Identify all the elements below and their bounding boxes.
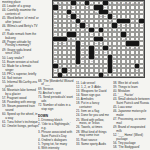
cell-number: 34 (132, 20, 134, 22)
clue: 52. '___ Home' (Word) package (113, 133, 150, 141)
cell-number: 49 (127, 33, 129, 35)
cell-number: 71 (54, 56, 56, 58)
cell-number: 24 (54, 15, 56, 17)
cell-number: 30 (54, 20, 56, 22)
cell-number: 17 (72, 6, 74, 8)
cell-number: 19 (104, 6, 106, 8)
cell-number: 28 (104, 15, 106, 17)
cell-number: 85 (136, 69, 138, 71)
cell-number: 21 (72, 11, 74, 13)
clue: 49. Brand of evaporated milk (113, 125, 150, 133)
cell-number: 62 (95, 47, 97, 49)
clue: 49. Grape soda brand since 1940 (2, 48, 39, 56)
across-clues-column: meeting place43. Leader of a group44. Ca… (2, 0, 39, 150)
crossword-grid: 1234567891011121314151617181920212223242… (52, 0, 145, 78)
clue: 58. Pounding with energy (2, 100, 39, 104)
grid-cell (139, 73, 144, 77)
cell-number: 81 (113, 65, 115, 67)
cell-number: 40 (127, 24, 129, 26)
down-clues-a: 1. Driveway blotch2. 'Ode to a Nightinga… (38, 118, 75, 150)
cell-number: 47 (77, 33, 79, 35)
cell-number: 39 (123, 24, 125, 26)
cell-number: 35 (54, 24, 56, 26)
clue: 48. Proper attitude for Presley's memory… (2, 40, 39, 48)
cell-number: 86 (63, 74, 65, 76)
clue: 59. Steam-powered train sound (2, 105, 39, 113)
clue: 47. Processing, as some mail (113, 118, 150, 126)
cell-number: 12 (127, 2, 129, 4)
cell-number: 48 (91, 33, 93, 35)
clue: 68. 'The Wonderful Wizard of ___' (38, 79, 75, 87)
cell-number: 59 (100, 42, 102, 44)
cell-number: 75 (54, 60, 56, 62)
cell-number: 64 (127, 47, 129, 49)
cell-number: 25 (68, 15, 70, 17)
cell-number: 82 (54, 69, 56, 71)
cell-number: 14 (136, 2, 138, 4)
cell-number: 1 (54, 2, 55, 4)
clue: 72. Number of sides in a stop sign (38, 103, 75, 111)
cell-number: 52 (104, 38, 106, 40)
clue: 3. Phrase associated with Saint Patrick'… (38, 130, 75, 138)
puzzle-page: meeting place43. Leader of a group44. Ca… (0, 0, 150, 150)
clue: 62. Omelet fixings, perhaps (2, 125, 39, 129)
cell-number: 78 (113, 60, 115, 62)
cell-number: 20 (54, 11, 56, 13)
cell-number: 70 (104, 51, 106, 53)
clues-column-3: 11. Lab vessel12. 1, 2, or 3: Abbr.13. W… (76, 81, 111, 150)
clue: 25. Word with yellow, moss, or Texas (76, 118, 110, 126)
cell-number: 43 (82, 29, 84, 31)
clue: 6. With intensity (38, 146, 75, 150)
cell-number: 5 (77, 2, 78, 4)
cell-number: 79 (59, 65, 61, 67)
cell-number: 60 (54, 47, 56, 49)
cell-number: 74 (113, 56, 115, 58)
cell-number: 3 (63, 2, 64, 4)
cell-number: 72 (82, 56, 84, 58)
cell-number: 22 (95, 11, 97, 13)
cell-number: 6 (82, 2, 83, 4)
cell-number: 9 (113, 2, 114, 4)
cell-number: 56 (63, 42, 65, 44)
cell-number: 58 (95, 42, 97, 44)
cell-number: 61 (82, 47, 84, 49)
clue: 55. Informal McCarthy-era jacket (2, 80, 39, 88)
clue: 69. Serious (38, 86, 75, 90)
down-heading: DOWN (38, 113, 75, 117)
clue: 56. Mountain lake formed by a glacier (2, 88, 39, 96)
cell-number: 51 (72, 38, 74, 40)
cell-number: 76 (82, 60, 84, 62)
cell-number: 83 (68, 69, 70, 71)
clue: 46. Wilma's and Betty's TV era (2, 24, 39, 32)
clue: 1. Driveway blotch (38, 118, 75, 122)
cell-number: 50 (68, 38, 70, 40)
cell-number: 67 (54, 51, 56, 53)
cell-number: 42 (54, 29, 56, 31)
cell-number: 65 (132, 47, 134, 49)
cell-number: 10 (118, 2, 120, 4)
across-tail-clues: 68. 'The Wonderful Wizard of ___'69. Ser… (38, 79, 75, 111)
clue: 61. Tuna fisher's technique (2, 120, 39, 124)
cell-number: 18 (86, 6, 88, 8)
cell-number: 15 (141, 2, 143, 4)
clue: 4. Ondine's dialogues (38, 138, 75, 142)
clue: 60. Speed up the wheel, in a way (2, 112, 39, 120)
clues-column-2: 68. 'The Wonderful Wizard of ___'69. Ser… (38, 79, 75, 150)
clue: 52. Made for a female singer (2, 64, 39, 72)
cell-number: 84 (113, 69, 115, 71)
cell-number: 46 (54, 33, 56, 35)
cell-number: 16 (59, 6, 61, 8)
cell-number: 41 (141, 24, 143, 26)
cell-number: 69 (95, 51, 97, 53)
cell-number: 13 (132, 2, 134, 4)
clue: 70. Anchor's spot (38, 91, 75, 95)
cell-number: 7 (91, 2, 92, 4)
cell-number: 29 (113, 15, 115, 17)
clue: 71. Send periodicals' want ads (38, 95, 75, 103)
cell-number: 4 (68, 2, 69, 4)
cell-number: 87 (104, 74, 106, 76)
clue: 43. Small obstacle between Saint Patrick… (113, 98, 150, 106)
clue: 33. Some sporty Audis (76, 142, 110, 146)
cell-number: 26 (77, 15, 79, 17)
cell-number: 55 (59, 42, 61, 44)
cell-number: 32 (82, 20, 84, 22)
cell-number: 66 (136, 47, 138, 49)
cell-number: 77 (91, 60, 93, 62)
clue: 5. Trying tot, for many (38, 142, 75, 146)
cell-number: 11 (123, 2, 125, 4)
clue: 51. Exam session at school (2, 60, 39, 64)
clue: 24. Done for you and me (76, 114, 110, 118)
clue: 2. 'Ode to a Nightingale,' e.g. (38, 122, 75, 130)
cell-number: 2 (59, 2, 60, 4)
cell-number: 45 (113, 29, 115, 31)
clue: 45. Word before 'of mind' or after 'peac… (2, 16, 39, 24)
clue: 47. Rude remark from the balcony (2, 32, 39, 40)
cell-number: 53 (123, 38, 125, 40)
cell-number: 44 (104, 29, 106, 31)
cell-number: 36 (77, 24, 79, 26)
cell-number: 8 (109, 2, 110, 4)
cell-number: 63 (109, 47, 111, 49)
cell-number: 31 (72, 20, 74, 22)
cell-number: 54 (54, 42, 56, 44)
clue: 28. What kind of things may come true (76, 130, 110, 138)
clues-column-4: 38. Wee bit of work39. Things to learn40… (113, 81, 150, 150)
cell-number: 68 (82, 51, 84, 53)
cell-number: 37 (86, 24, 88, 26)
clue: 18. Put in a fancy container (76, 102, 110, 110)
cell-number: 57 (82, 42, 84, 44)
cell-number: 23 (109, 11, 111, 13)
clue: 46. Japanese motorcycle make (113, 110, 150, 118)
cell-number: 38 (118, 24, 120, 26)
cell-number: 80 (77, 65, 79, 67)
clue: 44. Carefully examine the contents of (2, 8, 39, 16)
cell-number: 73 (95, 56, 97, 58)
cell-number: 33 (109, 20, 111, 22)
clue: 58. 'The Bodyguard' actress (113, 145, 150, 150)
cell-number: 27 (100, 15, 102, 17)
